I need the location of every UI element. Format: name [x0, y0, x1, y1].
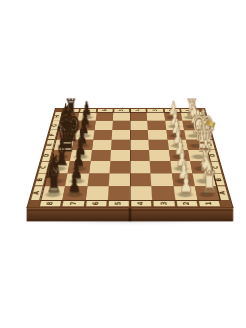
- square-d5: [110, 150, 130, 161]
- coord-label-rank: 4: [130, 200, 153, 207]
- front-border-cell: 6: [84, 200, 107, 207]
- square-b3: [151, 173, 173, 186]
- front-border-cell: 5: [107, 200, 130, 207]
- coord-label-rank: 6: [84, 200, 107, 207]
- front-border-cell: 2: [175, 200, 199, 207]
- right-border-cell: A: [216, 186, 230, 200]
- coord-label-rank: 5: [107, 200, 130, 207]
- piece-white-rook: ♜: [201, 166, 215, 196]
- square-a5: [108, 186, 130, 200]
- square-b4: [130, 173, 152, 186]
- coord-label-rank: 7: [61, 200, 85, 207]
- square-e3: [149, 140, 169, 150]
- square-c4: [130, 161, 151, 173]
- square-a4: [130, 186, 152, 200]
- square-a1: ♜: [195, 186, 220, 200]
- coord-label-file: A: [216, 186, 230, 201]
- square-g6: [94, 121, 113, 130]
- square-h4: [130, 112, 147, 121]
- square-c6: [89, 161, 110, 173]
- front-border-cell: 1: [197, 200, 221, 207]
- front-border-cell: 7: [61, 200, 85, 207]
- square-c3: [150, 161, 171, 173]
- front-border-cell: 3: [152, 200, 175, 207]
- square-g3: [147, 121, 166, 130]
- square-f4: [130, 130, 149, 140]
- square-a8: ♜: [40, 186, 65, 200]
- square-a7: ♟: [63, 186, 87, 200]
- square-e6: [92, 140, 112, 150]
- square-a6: [85, 186, 108, 200]
- coord-label-rank: 3: [152, 200, 175, 207]
- board-corner: [220, 200, 232, 207]
- coord-label-rank: 8: [39, 200, 63, 207]
- square-h6: [95, 112, 113, 121]
- square-d3: [149, 150, 170, 161]
- chess-board: 87654321H♜♟♟♜HG♞♟♟♞GF♝♟♟♝FE♚♟♟♚ED♛♟♟♛DC♝…: [26, 108, 233, 208]
- product-photo-chess-set: 87654321H♜♟♟♜HG♞♟♟♞GF♝♟♟♝FE♚♟♟♚ED♛♟♟♛DC♝…: [0, 0, 246, 328]
- square-a2: ♟: [173, 186, 197, 200]
- fold-seam: [130, 108, 131, 207]
- square-b5: [108, 173, 130, 186]
- square-f6: [93, 130, 112, 140]
- front-border-cell: 8: [39, 200, 63, 207]
- square-a3: [152, 186, 175, 200]
- square-d6: [90, 150, 111, 161]
- box-fold-seam: [129, 207, 131, 221]
- square-h5: [113, 112, 130, 121]
- square-g5: [112, 121, 130, 130]
- square-c5: [109, 161, 130, 173]
- coord-label-rank: 1: [197, 200, 221, 207]
- piece-white-pawn: ♟: [179, 172, 193, 196]
- square-e5: [111, 140, 130, 150]
- box-front-side: [27, 207, 234, 221]
- square-f5: [111, 130, 130, 140]
- square-b6: [87, 173, 109, 186]
- square-g4: [130, 121, 148, 130]
- front-border-cell: 4: [130, 200, 153, 207]
- square-f3: [148, 130, 167, 140]
- square-e4: [130, 140, 149, 150]
- piece-black-rook: ♜: [45, 166, 59, 196]
- coord-label-rank: 2: [175, 200, 199, 207]
- piece-black-pawn: ♟: [68, 172, 82, 196]
- square-h3: [147, 112, 165, 121]
- square-d4: [130, 150, 150, 161]
